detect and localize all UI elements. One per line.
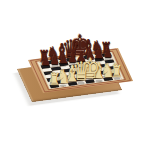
square-h1 — [112, 76, 122, 80]
board-grid — [39, 53, 122, 88]
product-photo: ♜♞♝♟♚♟♛♟♝♟♞♟♜♟♟♟♟♟♟♜♟♞♟♝♟♚♟♛♟♝♞♜ — [0, 0, 150, 150]
